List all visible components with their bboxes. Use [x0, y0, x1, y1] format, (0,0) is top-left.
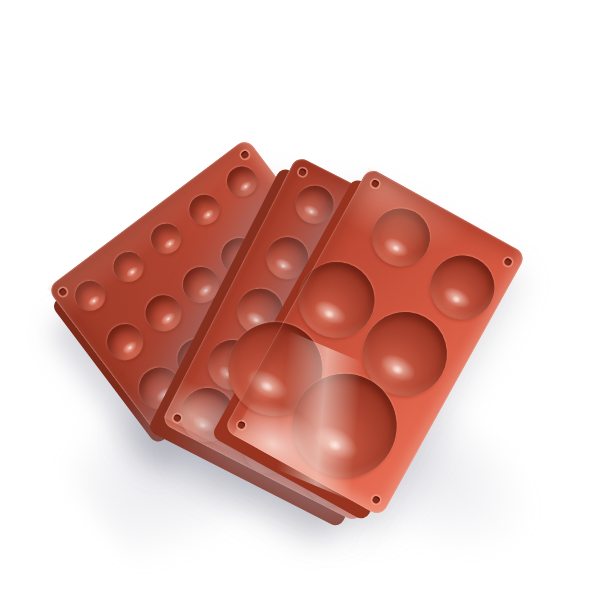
hang-hole	[239, 150, 249, 160]
hang-hole	[236, 420, 246, 430]
hang-hole	[503, 256, 513, 266]
mold-cavity-small	[108, 246, 150, 288]
mold-cavity-large	[419, 244, 506, 331]
product-photo	[0, 0, 600, 600]
mold-cavity-medium	[289, 179, 340, 230]
mold-cavity-small	[183, 189, 225, 231]
hang-hole	[298, 167, 307, 176]
mold-cavity-small	[221, 160, 263, 202]
hang-hole	[57, 287, 67, 297]
mold-cavity-small	[69, 275, 111, 317]
mold-cavity-small	[176, 260, 226, 310]
mold-cavity-small	[138, 288, 188, 338]
hang-hole	[370, 178, 380, 188]
hang-hole	[371, 494, 381, 504]
mold-cavity-small	[100, 317, 150, 367]
mold-cavity-large	[362, 198, 441, 277]
mold-cavity-small	[145, 218, 187, 260]
